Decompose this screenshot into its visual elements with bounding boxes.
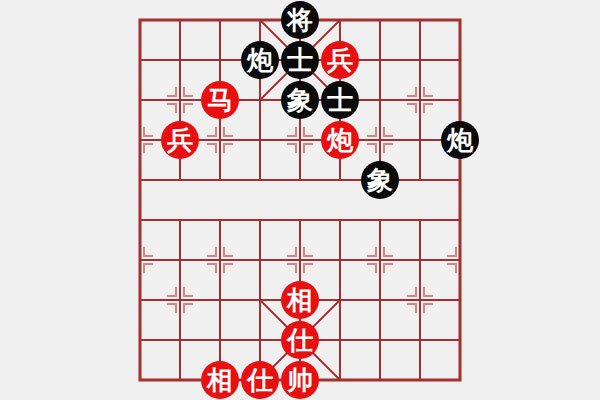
piece-glyph: 炮: [447, 127, 473, 153]
piece-black-cannon-2[interactable]: 炮: [441, 121, 479, 159]
piece-glyph: 帅: [287, 367, 313, 393]
piece-glyph: 士: [327, 87, 353, 113]
piece-black-advisor-2[interactable]: 士: [321, 81, 359, 119]
piece-glyph: 炮: [327, 127, 353, 153]
piece-black-cannon-1[interactable]: 炮: [241, 41, 279, 79]
piece-red-soldier-2[interactable]: 兵: [161, 121, 199, 159]
piece-glyph: 相: [207, 367, 233, 393]
piece-glyph: 象: [287, 87, 313, 113]
piece-red-horse[interactable]: 马: [201, 81, 239, 119]
piece-red-advisor-1[interactable]: 仕: [281, 321, 319, 359]
piece-black-elephant-1[interactable]: 象: [281, 81, 319, 119]
piece-glyph: 兵: [327, 47, 353, 73]
piece-glyph: 仕: [247, 367, 273, 393]
piece-red-cannon[interactable]: 炮: [321, 121, 359, 159]
piece-glyph: 马: [207, 87, 233, 113]
piece-glyph: 炮: [247, 47, 273, 73]
piece-glyph: 仕: [287, 327, 313, 353]
piece-glyph: 象: [367, 167, 393, 193]
piece-glyph: 相: [287, 287, 313, 313]
piece-black-advisor-1[interactable]: 士: [281, 41, 319, 79]
piece-red-elephant-1[interactable]: 相: [281, 281, 319, 319]
piece-black-elephant-2[interactable]: 象: [361, 161, 399, 199]
piece-red-advisor-2[interactable]: 仕: [241, 361, 279, 399]
piece-glyph: 兵: [167, 127, 193, 153]
piece-black-general[interactable]: 将: [281, 1, 319, 39]
xiangqi-board[interactable]: 将炮士兵马象士兵炮炮象相仕相仕帅: [0, 0, 600, 400]
piece-glyph: 将: [287, 7, 313, 33]
piece-red-general[interactable]: 帅: [281, 361, 319, 399]
piece-red-elephant-2[interactable]: 相: [201, 361, 239, 399]
piece-red-soldier-1[interactable]: 兵: [321, 41, 359, 79]
piece-glyph: 士: [287, 47, 313, 73]
